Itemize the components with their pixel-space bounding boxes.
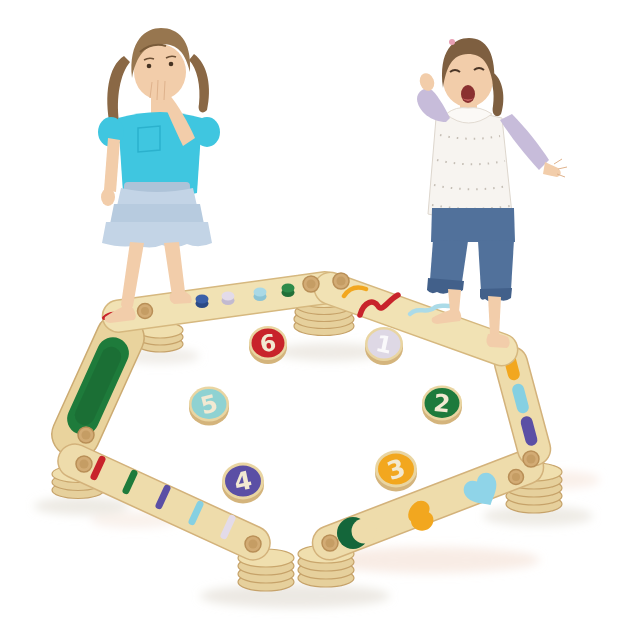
scene-illustration: 6 1 5 2 4 3 <box>0 0 627 627</box>
stepping-disc-2: 2 <box>422 386 462 425</box>
stepping-disc-6: 6 <box>249 326 287 364</box>
peg-top <box>196 295 209 304</box>
peg-top <box>282 284 295 293</box>
shin-left <box>448 289 461 312</box>
dowel-button <box>333 273 349 289</box>
sleeve-right-extended <box>500 114 549 170</box>
hair-clip <box>449 39 455 45</box>
left-girl <box>98 28 220 323</box>
dowel-button <box>523 451 539 467</box>
stepping-disc-3: 3 <box>375 451 417 492</box>
product-photo-canvas: 6 1 5 2 4 3 <box>0 0 627 627</box>
sleeve-left-raised <box>417 89 450 122</box>
jeans-hips <box>431 208 515 242</box>
skirt-tier-3 <box>102 222 212 248</box>
dowel-button <box>138 304 153 319</box>
shadow <box>34 497 130 515</box>
peg-green <box>282 284 295 298</box>
stepping-disc-1: 1 <box>365 327 403 365</box>
dowel-button <box>303 276 319 292</box>
stepping-disc-4: 4 <box>222 463 264 504</box>
crescent-bite <box>352 519 377 544</box>
hand-left <box>101 188 115 206</box>
foot-right <box>170 292 192 304</box>
dowel-button <box>322 535 338 551</box>
peg-lavender <box>222 292 235 306</box>
vest <box>428 113 512 220</box>
peg-top <box>222 292 235 301</box>
peg-top <box>254 288 267 297</box>
tshirt-sleeve-right <box>194 117 220 147</box>
stepping-disc-5: 5 <box>189 387 229 426</box>
shadow <box>200 584 390 608</box>
dowel-button <box>78 427 94 443</box>
dowel-button <box>245 536 261 552</box>
right-girl <box>417 38 567 348</box>
dowel-button <box>509 470 524 485</box>
jeans-leg-left <box>430 240 468 282</box>
peg-light-blue <box>254 288 267 302</box>
jeans-leg-right <box>478 240 514 291</box>
shin-right <box>488 296 501 336</box>
peg-navy <box>196 295 209 309</box>
hand-left-raised <box>417 71 436 93</box>
leg-right <box>164 242 185 298</box>
dowel-button <box>76 456 92 472</box>
eye-left <box>147 64 152 69</box>
eye-right <box>169 62 174 67</box>
disc-number: 2 <box>432 389 452 419</box>
pigtail-right <box>189 54 209 112</box>
arm-left <box>104 138 120 192</box>
